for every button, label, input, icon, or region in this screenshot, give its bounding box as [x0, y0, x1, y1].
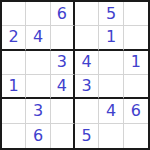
sudoku-cell-empty[interactable]	[124, 26, 148, 50]
sudoku-cell-empty[interactable]	[51, 99, 75, 123]
sudoku-cell-empty[interactable]	[26, 75, 50, 99]
sudoku-cell-empty[interactable]	[2, 2, 26, 26]
sudoku-cell-given: 1	[99, 26, 123, 50]
sudoku-cell-empty[interactable]	[124, 2, 148, 26]
sudoku-cell-given: 2	[2, 26, 26, 50]
sudoku-cell-given: 6	[51, 2, 75, 26]
sudoku-cell-given: 3	[26, 99, 50, 123]
sudoku-cell-empty[interactable]	[2, 99, 26, 123]
sudoku-cell-given: 5	[99, 2, 123, 26]
sudoku-cell-given: 1	[124, 51, 148, 75]
sudoku-cell-empty[interactable]	[99, 51, 123, 75]
sudoku-cell-given: 6	[26, 124, 50, 148]
sudoku-cell-empty[interactable]	[124, 124, 148, 148]
sudoku-cell-given: 5	[75, 124, 99, 148]
sudoku-cell-empty[interactable]	[26, 2, 50, 26]
sudoku-cell-given: 4	[75, 51, 99, 75]
sudoku-cell-empty[interactable]	[2, 124, 26, 148]
sudoku-cell-given: 4	[51, 75, 75, 99]
sudoku-cell-given: 6	[124, 99, 148, 123]
sudoku-cell-empty[interactable]	[2, 51, 26, 75]
sudoku-cell-empty[interactable]	[75, 26, 99, 50]
sudoku-cell-empty[interactable]	[75, 2, 99, 26]
sudoku-cell-given: 1	[2, 75, 26, 99]
sudoku-cell-empty[interactable]	[99, 124, 123, 148]
sudoku-cell-given: 3	[75, 75, 99, 99]
sudoku-cell-given: 4	[26, 26, 50, 50]
sudoku-cell-empty[interactable]	[124, 75, 148, 99]
sudoku-cell-empty[interactable]	[51, 124, 75, 148]
sudoku-cell-empty[interactable]	[75, 99, 99, 123]
sudoku-cell-given: 4	[99, 99, 123, 123]
sudoku-cell-empty[interactable]	[51, 26, 75, 50]
sudoku-cell-empty[interactable]	[99, 75, 123, 99]
sudoku-cell-empty[interactable]	[26, 51, 50, 75]
sudoku-cell-given: 3	[51, 51, 75, 75]
sudoku-board: 6524134114334665	[0, 0, 150, 150]
